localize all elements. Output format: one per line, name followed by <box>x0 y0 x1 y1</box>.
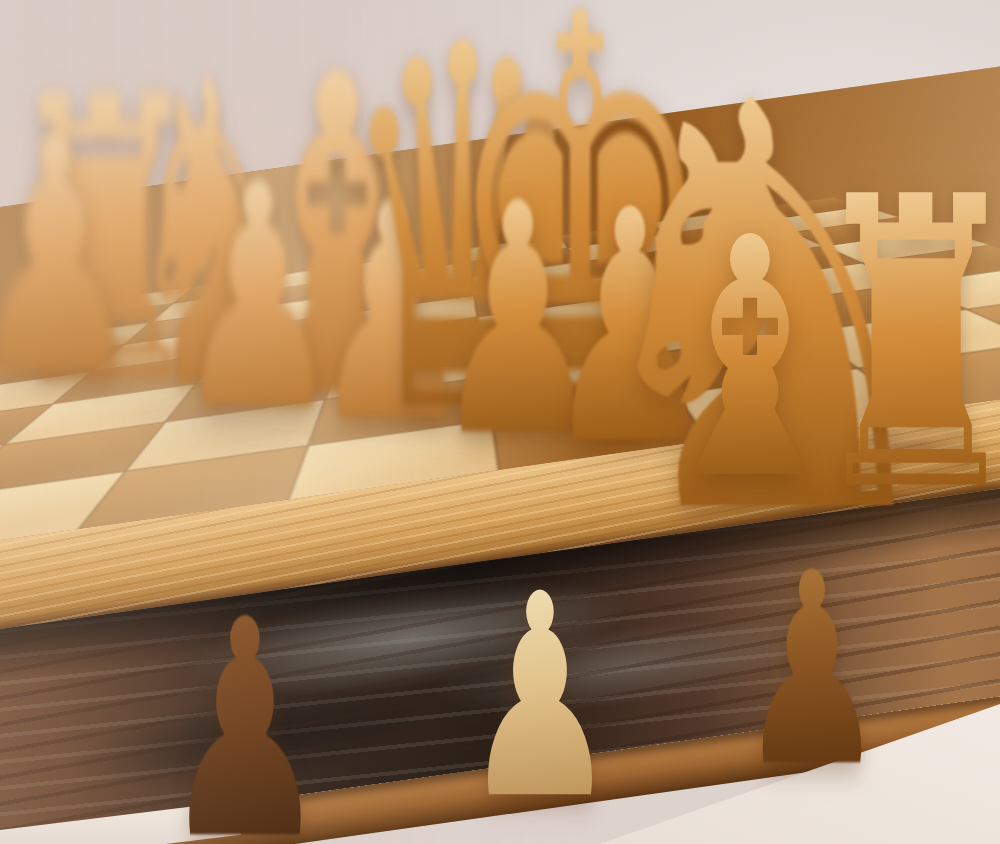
piece-rook-h1: ♜ <box>805 146 1000 546</box>
piece-pawn-a2: ♟ <box>0 93 144 423</box>
pieces-layer: ♟♜♞♟♝♟♛♟♚♟♞♝♜♟♟♟ <box>0 0 1000 844</box>
piece-box-baluster-left: ♟ <box>162 581 329 844</box>
photo-wooden-chess-set: ♟♜♞♟♝♟♛♟♚♟♞♝♜♟♟♟ <box>0 0 1000 844</box>
